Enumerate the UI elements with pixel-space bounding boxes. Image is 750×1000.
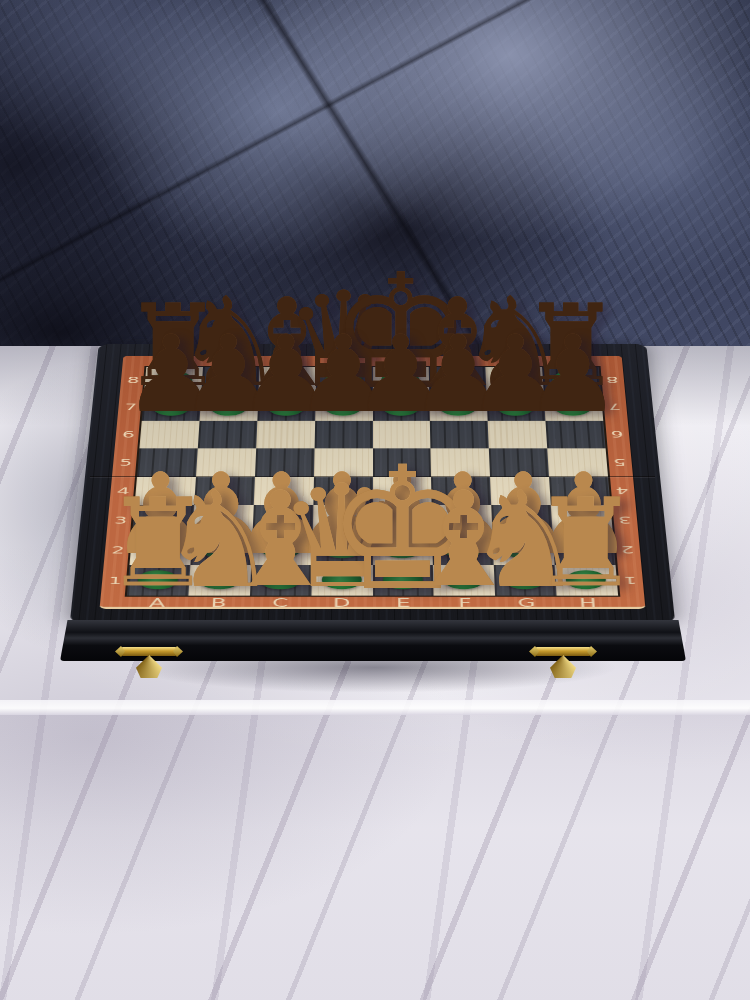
square-d4 bbox=[313, 476, 372, 505]
square-b1 bbox=[188, 564, 251, 595]
clasp-bar-icon bbox=[535, 647, 591, 656]
square-g1 bbox=[494, 564, 557, 595]
square-d8 bbox=[315, 366, 372, 393]
square-c3 bbox=[252, 505, 313, 534]
photo-stage: ABCDEFGH8765432187654321 ♜♞♝♛♚♝♞♜♟♟♟♟♟♟♟… bbox=[0, 0, 750, 1000]
square-c1 bbox=[249, 564, 311, 595]
square-f3 bbox=[431, 505, 492, 534]
square-f6 bbox=[430, 420, 489, 448]
rank-label-left-3: 3 bbox=[113, 514, 127, 524]
square-h2 bbox=[552, 534, 615, 564]
file-label-a: A bbox=[148, 597, 165, 609]
square-a8 bbox=[144, 366, 203, 393]
square-g6 bbox=[487, 420, 546, 448]
clasp-fan-icon bbox=[550, 655, 576, 678]
square-e2 bbox=[372, 534, 433, 564]
square-h1 bbox=[554, 564, 617, 595]
file-label-f: F bbox=[458, 597, 472, 609]
rank-label-right-7: 7 bbox=[607, 402, 620, 411]
rank-label-right-3: 3 bbox=[617, 514, 631, 524]
square-f4 bbox=[431, 476, 491, 505]
square-a6 bbox=[139, 420, 199, 448]
square-h3 bbox=[550, 505, 612, 534]
square-e4 bbox=[372, 476, 431, 505]
square-a1 bbox=[126, 564, 189, 595]
square-c2 bbox=[250, 534, 311, 564]
brass-clasp-right bbox=[534, 647, 592, 687]
file-label-e: E bbox=[395, 597, 410, 609]
square-e6 bbox=[372, 420, 430, 448]
square-c5 bbox=[254, 448, 313, 476]
board-squares bbox=[126, 366, 617, 595]
clasp-bar-icon bbox=[121, 647, 177, 656]
rank-label-left-5: 5 bbox=[118, 457, 132, 467]
square-a3 bbox=[132, 505, 194, 534]
rank-label-left-2: 2 bbox=[110, 544, 124, 554]
square-b8 bbox=[201, 366, 259, 393]
square-h8 bbox=[542, 366, 601, 393]
square-h7 bbox=[543, 393, 602, 420]
square-g5 bbox=[489, 448, 549, 476]
square-g2 bbox=[492, 534, 554, 564]
square-c8 bbox=[258, 366, 316, 393]
square-c4 bbox=[253, 476, 313, 505]
square-e7 bbox=[372, 393, 430, 420]
rank-label-right-8: 8 bbox=[605, 375, 618, 384]
square-f1 bbox=[433, 564, 495, 595]
square-d7 bbox=[314, 393, 372, 420]
square-e3 bbox=[372, 505, 432, 534]
rank-label-left-4: 4 bbox=[116, 485, 130, 495]
square-b6 bbox=[197, 420, 256, 448]
square-h6 bbox=[545, 420, 605, 448]
file-label-c: C bbox=[271, 597, 287, 609]
square-b3 bbox=[192, 505, 253, 534]
rank-label-left-1: 1 bbox=[108, 574, 122, 584]
board-frame: ABCDEFGH8765432187654321 bbox=[69, 343, 674, 622]
square-a5 bbox=[137, 448, 198, 476]
file-label-b: B bbox=[210, 597, 226, 609]
rank-label-right-6: 6 bbox=[610, 429, 623, 438]
square-e1 bbox=[372, 564, 433, 595]
file-label-g: G bbox=[517, 597, 535, 609]
square-f2 bbox=[432, 534, 493, 564]
stone-wall-background bbox=[0, 0, 750, 346]
square-a7 bbox=[141, 393, 200, 420]
rank-label-right-5: 5 bbox=[612, 457, 626, 467]
rank-label-left-8: 8 bbox=[126, 375, 139, 384]
square-e8 bbox=[372, 366, 429, 393]
fold-seam bbox=[89, 475, 654, 476]
file-label-d: D bbox=[332, 597, 350, 609]
square-b2 bbox=[190, 534, 252, 564]
square-c6 bbox=[255, 420, 314, 448]
board-panel: ABCDEFGH8765432187654321 bbox=[99, 355, 645, 608]
square-f7 bbox=[429, 393, 487, 420]
rank-label-left-6: 6 bbox=[121, 429, 134, 438]
square-f5 bbox=[430, 448, 489, 476]
square-b7 bbox=[199, 393, 258, 420]
square-g7 bbox=[486, 393, 545, 420]
square-d3 bbox=[312, 505, 372, 534]
square-d5 bbox=[313, 448, 372, 476]
brass-clasp-left bbox=[120, 647, 178, 687]
rank-label-right-1: 1 bbox=[622, 574, 636, 584]
square-a2 bbox=[129, 534, 192, 564]
square-g3 bbox=[491, 505, 552, 534]
marble-table-front-face bbox=[0, 715, 750, 1000]
square-h4 bbox=[549, 476, 610, 505]
file-label-h: H bbox=[578, 597, 596, 609]
square-d6 bbox=[314, 420, 372, 448]
square-d1 bbox=[311, 564, 372, 595]
chessboard: ABCDEFGH8765432187654321 bbox=[69, 343, 674, 622]
rank-label-right-4: 4 bbox=[614, 485, 628, 495]
square-g8 bbox=[485, 366, 543, 393]
square-b4 bbox=[194, 476, 255, 505]
square-a4 bbox=[134, 476, 195, 505]
square-d2 bbox=[311, 534, 372, 564]
rank-label-left-7: 7 bbox=[124, 402, 137, 411]
rank-label-right-2: 2 bbox=[620, 544, 634, 554]
square-b5 bbox=[195, 448, 255, 476]
square-h5 bbox=[547, 448, 608, 476]
square-f8 bbox=[429, 366, 487, 393]
square-e5 bbox=[372, 448, 431, 476]
clasp-fan-icon bbox=[136, 655, 162, 678]
square-g4 bbox=[490, 476, 551, 505]
square-c7 bbox=[257, 393, 315, 420]
